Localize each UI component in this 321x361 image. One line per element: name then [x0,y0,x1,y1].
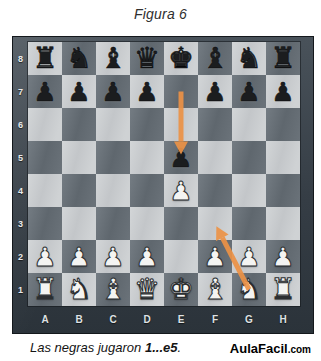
square-a4 [28,174,62,207]
black-pawn-c7: ♟ [101,79,124,105]
figure-title: Figura 6 [0,6,321,22]
file-label-d: D [130,306,164,332]
black-pawn-g7: ♟ [237,79,260,105]
chess-board: 87654321 ♜♞♝♛♚♝♞♜♟♟♟♟♟♟♟♟♟♟♟♟♟♟♟♟♜♞♝♛♚♝♞… [12,36,314,334]
square-g7: ♟ [232,75,266,108]
square-h2: ♟ [266,240,300,273]
rank-label-8: 8 [13,42,28,75]
square-f5 [198,141,232,174]
black-pawn-h7: ♟ [271,79,294,105]
square-h5 [266,141,300,174]
black-bishop-f8: ♝ [202,44,228,73]
square-c7: ♟ [96,75,130,108]
white-pawn-c2: ♟ [101,244,124,270]
caption-move: 1...e5 [145,340,178,355]
black-bishop-c8: ♝ [100,44,126,73]
square-a7: ♟ [28,75,62,108]
file-label-a: A [28,306,62,332]
rank-label-1: 1 [13,273,28,306]
rank-labels: 87654321 [13,42,28,306]
rank-label-6: 6 [13,108,28,141]
black-pawn-e5: ♟ [169,145,192,171]
square-f3 [198,207,232,240]
black-queen-d8: ♛ [134,44,160,73]
square-h6 [266,108,300,141]
file-label-h: H [266,306,300,332]
rank-label-5: 5 [13,141,28,174]
square-g5 [232,141,266,174]
square-d8: ♛ [130,42,164,75]
square-h1: ♜ [266,273,300,306]
square-f6 [198,108,232,141]
square-e2 [164,240,198,273]
square-b5 [62,141,96,174]
white-rook-a1: ♜ [32,275,58,304]
square-b8: ♞ [62,42,96,75]
square-g6 [232,108,266,141]
white-rook-h1: ♜ [270,275,296,304]
black-knight-b8: ♞ [66,44,92,73]
rank-label-2: 2 [13,240,28,273]
square-b4 [62,174,96,207]
white-bishop-f1: ♝ [202,275,228,304]
square-c5 [96,141,130,174]
square-c1: ♝ [96,273,130,306]
black-pawn-f7: ♟ [203,79,226,105]
square-c3 [96,207,130,240]
file-label-e: E [164,306,198,332]
square-d6 [130,108,164,141]
square-h7: ♟ [266,75,300,108]
black-pawn-a7: ♟ [33,79,56,105]
white-pawn-e4: ♟ [169,178,192,204]
square-d3 [130,207,164,240]
black-rook-a8: ♜ [32,44,58,73]
white-pawn-g2: ♟ [237,244,260,270]
square-a8: ♜ [28,42,62,75]
white-pawn-f2: ♟ [203,244,226,270]
square-e8: ♚ [164,42,198,75]
white-pawn-h2: ♟ [271,244,294,270]
brand-logo: AulaFacil.com [230,341,311,356]
brand-name: AulaFacil [230,341,288,356]
caption-text: Las negras jugaron [30,340,145,355]
square-h4 [266,174,300,207]
file-label-c: C [96,306,130,332]
black-knight-g8: ♞ [236,44,262,73]
square-d4 [130,174,164,207]
rank-label-7: 7 [13,75,28,108]
white-knight-g1: ♞ [236,275,262,304]
square-h8: ♜ [266,42,300,75]
black-king-e8: ♚ [168,44,194,73]
square-a5 [28,141,62,174]
square-e3 [164,207,198,240]
square-c2: ♟ [96,240,130,273]
square-c6 [96,108,130,141]
square-g8: ♞ [232,42,266,75]
square-f7: ♟ [198,75,232,108]
file-label-f: F [198,306,232,332]
black-rook-h8: ♜ [270,44,296,73]
figure-caption: Las negras jugaron 1...e5. [30,340,181,355]
square-f4 [198,174,232,207]
board-squares: ♜♞♝♛♚♝♞♜♟♟♟♟♟♟♟♟♟♟♟♟♟♟♟♟♜♞♝♛♚♝♞♜ [28,42,300,306]
file-label-g: G [232,306,266,332]
square-e4: ♟ [164,174,198,207]
white-pawn-b2: ♟ [67,244,90,270]
white-king-e1: ♚ [168,275,194,304]
square-f8: ♝ [198,42,232,75]
square-f1: ♝ [198,273,232,306]
square-e6 [164,108,198,141]
rank-label-3: 3 [13,207,28,240]
square-b3 [62,207,96,240]
square-d5 [130,141,164,174]
square-a3 [28,207,62,240]
white-knight-b1: ♞ [66,275,92,304]
black-pawn-b7: ♟ [67,79,90,105]
square-g2: ♟ [232,240,266,273]
square-b1: ♞ [62,273,96,306]
file-label-b: B [62,306,96,332]
square-d7: ♟ [130,75,164,108]
brand-tld: .com [288,344,311,355]
square-c8: ♝ [96,42,130,75]
square-d2: ♟ [130,240,164,273]
square-b7: ♟ [62,75,96,108]
square-e1: ♚ [164,273,198,306]
square-f2: ♟ [198,240,232,273]
white-queen-d1: ♛ [134,275,160,304]
square-e7 [164,75,198,108]
figure-page: Figura 6 87654321 ♜♞♝♛♚♝♞♜♟♟♟♟♟♟♟♟♟♟♟♟♟♟… [0,0,321,361]
square-a6 [28,108,62,141]
square-g3 [232,207,266,240]
square-b6 [62,108,96,141]
square-g1: ♞ [232,273,266,306]
caption-period: . [177,340,181,355]
square-h3 [266,207,300,240]
square-d1: ♛ [130,273,164,306]
square-a2: ♟ [28,240,62,273]
white-pawn-d2: ♟ [135,244,158,270]
square-e5: ♟ [164,141,198,174]
white-pawn-a2: ♟ [33,244,56,270]
square-a1: ♜ [28,273,62,306]
white-bishop-c1: ♝ [100,275,126,304]
square-b2: ♟ [62,240,96,273]
square-c4 [96,174,130,207]
square-g4 [232,174,266,207]
black-pawn-d7: ♟ [135,79,158,105]
rank-label-4: 4 [13,174,28,207]
file-labels: ABCDEFGH [28,306,300,332]
